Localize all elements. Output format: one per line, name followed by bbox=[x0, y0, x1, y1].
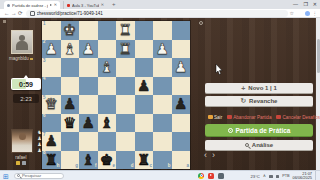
new-game-button[interactable]: + Novo 1 | 1 bbox=[205, 83, 313, 94]
rank-coordinate: 6 bbox=[43, 114, 46, 119]
option-link-icon bbox=[208, 115, 213, 120]
analysis-button[interactable]: Análise bbox=[205, 140, 313, 151]
square-h4[interactable]: 4 bbox=[42, 77, 61, 96]
file-coordinate: d bbox=[131, 164, 134, 169]
square-c2[interactable] bbox=[135, 40, 154, 59]
player-username[interactable]: rafael bbox=[0, 155, 42, 160]
rematch-icon: ↻ bbox=[241, 98, 246, 105]
square-h3[interactable]: 3 bbox=[42, 58, 61, 77]
url-text: chessworld/practice/71-9049-141 bbox=[37, 11, 103, 16]
tab-secondary[interactable]: Aula 3 - YouTube ✕ bbox=[63, 1, 107, 9]
player-flag-icon bbox=[16, 161, 20, 165]
prev-move-button[interactable]: ‹ bbox=[204, 150, 212, 160]
weather-temp[interactable]: 23°C bbox=[250, 174, 259, 179]
square-g8[interactable]: g bbox=[61, 151, 80, 170]
square-f4[interactable] bbox=[79, 77, 98, 96]
square-h2[interactable]: 2♟ bbox=[42, 40, 61, 59]
square-e5[interactable] bbox=[98, 95, 117, 114]
scrollbar-thumb[interactable] bbox=[317, 39, 320, 73]
piece-bP-c4[interactable]: ♟ bbox=[135, 77, 154, 96]
piece-bP-a5[interactable]: ♟ bbox=[172, 95, 191, 114]
square-a1[interactable] bbox=[172, 21, 191, 40]
plus-icon: + bbox=[241, 85, 245, 92]
volume-icon[interactable] bbox=[276, 175, 280, 178]
piece-wB-g2[interactable]: ♝ bbox=[61, 40, 80, 59]
screen: Partida de xadrez - jogar ✕ Aula 3 - You… bbox=[0, 0, 320, 180]
square-d5[interactable] bbox=[116, 95, 135, 114]
tray-chevron-icon[interactable]: ∧ bbox=[263, 174, 266, 179]
tab-audio-icon bbox=[50, 4, 52, 6]
piece-wP-f2[interactable]: ♟ bbox=[79, 40, 98, 59]
square-h6[interactable]: 6 bbox=[42, 114, 61, 133]
player-badges bbox=[0, 161, 42, 165]
reload-button[interactable]: ⟳ bbox=[18, 9, 23, 17]
chrome-icon[interactable] bbox=[198, 173, 204, 179]
square-b2[interactable]: ♟ bbox=[153, 40, 172, 59]
piece-wK-g1[interactable]: ♚ bbox=[61, 21, 80, 40]
square-e6[interactable]: ♝ bbox=[98, 114, 117, 133]
opponent-clock: 0:59 bbox=[11, 78, 41, 90]
new-tab-button[interactable]: + bbox=[112, 0, 116, 9]
rank-coordinate: 3 bbox=[43, 59, 46, 64]
square-f6[interactable]: ♟ bbox=[79, 114, 98, 133]
piece-bR-c8[interactable]: ♜ bbox=[135, 151, 154, 170]
square-b5[interactable] bbox=[153, 95, 172, 114]
page-scrollbar[interactable] bbox=[316, 18, 320, 170]
taskbar-app-icons bbox=[198, 173, 224, 179]
square-g6[interactable]: ♛ bbox=[61, 114, 80, 133]
piece-bK-e8[interactable]: ♚ bbox=[98, 151, 117, 170]
tab2-favicon bbox=[67, 4, 70, 7]
system-tray: 23°C ∧ PTB 21:07 06/06/2025 bbox=[250, 171, 318, 180]
player-clock: 2:23 bbox=[13, 94, 39, 103]
piece-wP-a3[interactable]: ♟ bbox=[172, 58, 191, 77]
next-move-button[interactable]: › bbox=[212, 150, 220, 160]
opponent-username[interactable]: magnbldu bbox=[0, 56, 42, 61]
url-omnibox[interactable]: chessworld/practice/71-9049-141 bbox=[26, 10, 288, 17]
browser-menu-icon[interactable]: ⋮ bbox=[313, 9, 318, 18]
move-navigation[interactable]: ‹› bbox=[204, 150, 220, 160]
square-d4[interactable] bbox=[116, 77, 135, 96]
square-f7[interactable] bbox=[79, 132, 98, 151]
rank-coordinate: 4 bbox=[43, 77, 46, 82]
option-link-cancelar-desafios[interactable]: Cancelar Desafios bbox=[276, 115, 320, 120]
tab1-title: Partida de xadrez - jogar bbox=[12, 3, 48, 8]
square-h1[interactable]: 1 bbox=[42, 21, 61, 40]
player-avatar[interactable] bbox=[11, 129, 33, 153]
square-g7[interactable] bbox=[61, 132, 80, 151]
square-a5[interactable]: ♟ bbox=[172, 95, 191, 114]
square-e2[interactable] bbox=[98, 40, 117, 59]
practice-game-button[interactable]: Partida de Prática bbox=[205, 124, 313, 137]
app-icon[interactable] bbox=[218, 173, 224, 179]
rank-coordinate: 1 bbox=[43, 22, 46, 27]
square-g3[interactable] bbox=[61, 58, 80, 77]
square-d7[interactable] bbox=[116, 132, 135, 151]
chess-board[interactable]: 1♚♜2♟♝♟♜♟3♝♟4♟5♛♟♟6♛♟♝7♟8h♜gf♝e♚dc♜ba bbox=[42, 21, 190, 169]
browser-address-bar: ← → ⟳ chessworld/practice/71-9049-141 ☆ … bbox=[0, 9, 320, 18]
windows-taskbar: ⊞ Pesquisar 23°C ∧ PTB 21:07 06/06/2025 bbox=[0, 170, 320, 180]
piece-wR-d1[interactable]: ♜ bbox=[116, 21, 135, 40]
window-close-button[interactable]: ✕ bbox=[313, 0, 317, 9]
square-g5[interactable]: ♟ bbox=[61, 95, 80, 114]
tab1-favicon bbox=[7, 4, 10, 7]
game-options-links: SairAbandonar PartidaCancelar Desafios bbox=[208, 113, 314, 121]
square-c1[interactable] bbox=[135, 21, 154, 40]
option-link-label: Sair bbox=[214, 115, 222, 120]
square-c5[interactable] bbox=[135, 95, 154, 114]
browser-tab-strip: Partida de xadrez - jogar ✕ Aula 3 - You… bbox=[0, 0, 320, 9]
piece-wR-d2[interactable]: ♜ bbox=[116, 40, 135, 59]
youtube-icon[interactable] bbox=[208, 173, 214, 179]
square-f2[interactable]: ♟ bbox=[79, 40, 98, 59]
option-link-sair[interactable]: Sair bbox=[208, 115, 222, 120]
tab2-close-icon[interactable]: ✕ bbox=[101, 3, 104, 7]
file-coordinate: g bbox=[75, 164, 78, 169]
square-e8[interactable]: e♚ bbox=[98, 151, 117, 170]
menu-icon[interactable] bbox=[3, 20, 6, 23]
square-c8[interactable]: c♜ bbox=[135, 151, 154, 170]
tab-chess-game[interactable]: Partida de xadrez - jogar ✕ bbox=[4, 1, 60, 9]
square-a3[interactable]: ♟ bbox=[172, 58, 191, 77]
square-h7[interactable]: 7♟ bbox=[42, 132, 61, 151]
opponent-flag-icon bbox=[30, 58, 33, 61]
window-minimize-button[interactable]: — bbox=[293, 0, 298, 9]
option-link-label: Abandonar Partida bbox=[233, 115, 271, 120]
square-e7[interactable] bbox=[98, 132, 117, 151]
player-title-icon bbox=[22, 161, 26, 165]
piece-wQ-h5[interactable]: ♛ bbox=[42, 95, 61, 114]
player-avatar-photo bbox=[19, 133, 26, 140]
square-f8[interactable]: f♝ bbox=[79, 151, 98, 170]
option-link-abandonar-partida[interactable]: Abandonar Partida bbox=[227, 115, 271, 120]
square-c4[interactable]: ♟ bbox=[135, 77, 154, 96]
square-b1[interactable] bbox=[153, 21, 172, 40]
file-coordinate: b bbox=[168, 164, 171, 169]
back-button[interactable]: ← bbox=[4, 9, 10, 17]
piece-bB-f8[interactable]: ♝ bbox=[79, 151, 98, 170]
square-a6[interactable] bbox=[172, 114, 191, 133]
search-icon bbox=[17, 174, 20, 177]
square-f3[interactable] bbox=[79, 58, 98, 77]
square-a4[interactable] bbox=[172, 77, 191, 96]
rematch-button[interactable]: ↻ Revanche bbox=[205, 96, 313, 107]
lock-icon bbox=[30, 11, 35, 16]
square-f5[interactable] bbox=[79, 95, 98, 114]
piece-wB-e3[interactable]: ♝ bbox=[98, 58, 117, 77]
piece-bB-e6[interactable]: ♝ bbox=[98, 114, 117, 133]
square-g2[interactable]: ♝ bbox=[61, 40, 80, 59]
square-b3[interactable] bbox=[153, 58, 172, 77]
keyboard-language[interactable]: PTB bbox=[282, 174, 289, 178]
bookmark-star-icon[interactable]: ☆ bbox=[290, 9, 294, 18]
square-b6[interactable] bbox=[153, 114, 172, 133]
square-b7[interactable] bbox=[153, 132, 172, 151]
square-g1[interactable]: ♚ bbox=[61, 21, 80, 40]
tab1-close-icon[interactable]: ✕ bbox=[54, 3, 57, 7]
window-maximize-button[interactable]: ❐ bbox=[304, 0, 308, 9]
piece-bR-h8[interactable]: ♜ bbox=[42, 151, 61, 170]
option-link-icon bbox=[276, 115, 281, 120]
option-link-icon bbox=[227, 115, 232, 120]
piece-wP-h2[interactable]: ♟ bbox=[42, 40, 61, 59]
square-d3[interactable] bbox=[116, 58, 135, 77]
square-c6[interactable] bbox=[135, 114, 154, 133]
square-b8[interactable]: b bbox=[153, 151, 172, 170]
square-c7[interactable] bbox=[135, 132, 154, 151]
mouse-cursor bbox=[215, 64, 223, 76]
square-a8[interactable]: a bbox=[172, 151, 191, 170]
square-e4[interactable] bbox=[98, 77, 117, 96]
square-a7[interactable] bbox=[172, 132, 191, 151]
target-icon bbox=[228, 128, 233, 133]
browser-profile-avatar[interactable] bbox=[305, 11, 310, 16]
square-f1[interactable] bbox=[79, 21, 98, 40]
file-coordinate: a bbox=[186, 164, 189, 169]
network-icon[interactable] bbox=[269, 175, 273, 178]
square-g4[interactable] bbox=[61, 77, 80, 96]
piece-bP-h7[interactable]: ♟ bbox=[42, 132, 61, 151]
option-link-label: Cancelar Desafios bbox=[282, 115, 320, 120]
start-button[interactable]: ⊞ bbox=[3, 173, 9, 180]
square-a2[interactable] bbox=[172, 40, 191, 59]
square-d6[interactable] bbox=[116, 114, 135, 133]
square-h5[interactable]: 5♛ bbox=[42, 95, 61, 114]
square-d1[interactable]: ♜ bbox=[116, 21, 135, 40]
tab2-title: Aula 3 - YouTube bbox=[72, 3, 99, 8]
taskbar-clock[interactable]: 21:07 06/06/2025 bbox=[293, 172, 312, 180]
square-d8[interactable]: d bbox=[116, 151, 135, 170]
square-c3[interactable] bbox=[135, 58, 154, 77]
square-b4[interactable] bbox=[153, 77, 172, 96]
square-e1[interactable] bbox=[98, 21, 117, 40]
forward-button[interactable]: → bbox=[11, 9, 17, 17]
piece-bQ-g6[interactable]: ♛ bbox=[61, 114, 80, 133]
settings-icon[interactable] bbox=[199, 21, 203, 25]
piece-bP-g5[interactable]: ♟ bbox=[61, 95, 80, 114]
taskbar-search-box[interactable]: Pesquisar bbox=[14, 173, 64, 180]
opponent-avatar[interactable] bbox=[11, 30, 33, 54]
show-desktop-button[interactable] bbox=[315, 171, 318, 180]
square-e3[interactable]: ♝ bbox=[98, 58, 117, 77]
magnifier-icon bbox=[245, 143, 249, 147]
square-d2[interactable]: ♜ bbox=[116, 40, 135, 59]
square-h8[interactable]: 8h♜ bbox=[42, 151, 61, 170]
piece-wP-b2[interactable]: ♟ bbox=[153, 40, 172, 59]
piece-bP-f6[interactable]: ♟ bbox=[79, 114, 98, 133]
